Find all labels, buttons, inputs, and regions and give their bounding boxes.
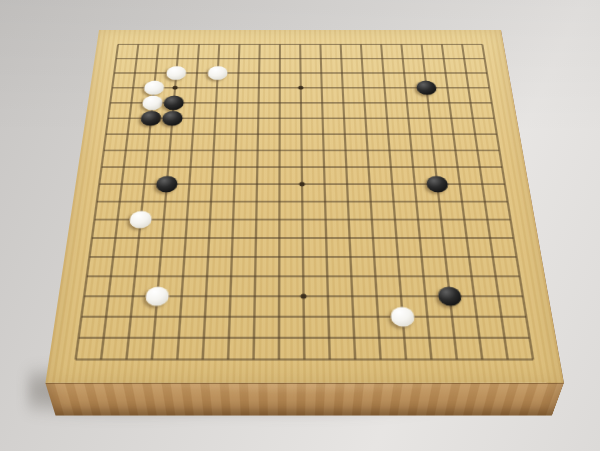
intersection[interactable] (468, 159, 493, 176)
intersection[interactable] (90, 327, 118, 348)
intersection[interactable] (89, 159, 114, 176)
intersection[interactable] (317, 349, 343, 371)
intersection[interactable] (243, 247, 267, 266)
intersection[interactable] (459, 95, 482, 110)
intersection[interactable] (84, 193, 109, 211)
intersection[interactable] (247, 126, 269, 142)
intersection[interactable] (393, 349, 420, 371)
intersection[interactable] (221, 211, 245, 229)
intersection[interactable] (95, 286, 122, 306)
intersection[interactable] (192, 306, 218, 327)
intersection[interactable] (515, 327, 543, 348)
intersection[interactable] (414, 306, 441, 327)
intersection[interactable] (153, 193, 177, 211)
intersection[interactable] (130, 193, 155, 211)
intersection[interactable] (199, 193, 223, 211)
intersection[interactable] (176, 193, 200, 211)
intersection[interactable] (470, 176, 495, 193)
intersection[interactable] (270, 51, 291, 65)
intersection[interactable] (356, 142, 379, 158)
intersection[interactable] (383, 211, 408, 229)
intersection[interactable] (336, 193, 360, 211)
intersection[interactable] (162, 95, 185, 110)
intersection[interactable] (291, 327, 316, 348)
intersection[interactable] (407, 229, 432, 248)
intersection[interactable] (291, 193, 314, 211)
intersection[interactable] (79, 229, 105, 248)
intersection[interactable] (245, 193, 268, 211)
intersection[interactable] (242, 306, 267, 327)
intersection[interactable] (228, 51, 249, 65)
intersection[interactable] (310, 38, 331, 52)
intersection[interactable] (228, 66, 249, 81)
intersection[interactable] (373, 66, 395, 81)
black-stone[interactable] (163, 96, 184, 111)
intersection[interactable] (363, 267, 388, 287)
intersection[interactable] (338, 247, 363, 266)
intersection[interactable] (269, 66, 290, 81)
intersection[interactable] (187, 51, 208, 65)
intersection[interactable] (291, 247, 315, 266)
intersection[interactable] (87, 349, 115, 371)
black-stone[interactable] (437, 287, 462, 306)
intersection[interactable] (151, 211, 176, 229)
intersection[interactable] (94, 126, 118, 142)
intersection[interactable] (198, 211, 222, 229)
intersection[interactable] (475, 66, 498, 81)
intersection[interactable] (340, 306, 366, 327)
intersection[interactable] (375, 95, 397, 110)
intersection[interactable] (353, 80, 375, 95)
intersection[interactable] (124, 66, 146, 81)
intersection[interactable] (290, 66, 311, 81)
intersection[interactable] (427, 193, 452, 211)
intersection[interactable] (186, 66, 208, 81)
intersection[interactable] (485, 286, 512, 306)
intersection[interactable] (357, 159, 380, 176)
intersection[interactable] (461, 111, 485, 127)
intersection[interactable] (105, 51, 127, 65)
intersection[interactable] (206, 80, 228, 95)
intersection[interactable] (312, 111, 334, 127)
intersection[interactable] (433, 247, 459, 266)
intersection[interactable] (339, 267, 364, 287)
intersection[interactable] (332, 80, 354, 95)
intersection[interactable] (313, 176, 336, 193)
intersection[interactable] (177, 176, 201, 193)
intersection[interactable] (450, 193, 475, 211)
intersection[interactable] (468, 349, 496, 371)
intersection[interactable] (472, 193, 497, 211)
intersection[interactable] (485, 126, 509, 142)
intersection[interactable] (291, 229, 315, 248)
intersection[interactable] (107, 193, 132, 211)
intersection[interactable] (418, 349, 446, 371)
intersection[interactable] (268, 211, 291, 229)
intersection[interactable] (193, 286, 218, 306)
intersection[interactable] (434, 267, 460, 287)
intersection[interactable] (365, 306, 391, 327)
intersection[interactable] (380, 176, 404, 193)
intersection[interactable] (249, 38, 270, 52)
intersection[interactable] (98, 95, 121, 110)
intersection[interactable] (92, 306, 119, 327)
intersection[interactable] (268, 229, 292, 248)
intersection[interactable] (144, 66, 166, 81)
intersection[interactable] (245, 176, 268, 193)
intersection[interactable] (101, 80, 124, 95)
intersection[interactable] (478, 80, 501, 95)
intersection[interactable] (125, 51, 147, 65)
intersection[interactable] (249, 51, 270, 65)
intersection[interactable] (440, 111, 463, 127)
intersection[interactable] (200, 176, 223, 193)
intersection[interactable] (209, 38, 230, 52)
intersection[interactable] (398, 126, 421, 142)
intersection[interactable] (76, 247, 102, 266)
intersection[interactable] (146, 267, 172, 287)
intersection[interactable] (148, 38, 170, 52)
intersection[interactable] (342, 349, 368, 371)
intersection[interactable] (114, 142, 138, 158)
intersection[interactable] (442, 126, 466, 142)
intersection[interactable] (465, 142, 489, 158)
intersection[interactable] (431, 229, 457, 248)
intersection[interactable] (120, 95, 143, 110)
intersection[interactable] (488, 306, 516, 327)
intersection[interactable] (191, 327, 217, 348)
intersection[interactable] (179, 159, 202, 176)
intersection[interactable] (217, 306, 242, 327)
intersection[interactable] (226, 95, 248, 110)
intersection[interactable] (473, 51, 496, 65)
intersection[interactable] (447, 176, 472, 193)
white-stone[interactable] (129, 211, 153, 228)
intersection[interactable] (219, 267, 244, 287)
intersection[interactable] (172, 247, 197, 266)
intersection[interactable] (127, 38, 149, 52)
intersection[interactable] (376, 111, 399, 127)
intersection[interactable] (412, 51, 434, 65)
intersection[interactable] (338, 229, 362, 248)
intersection[interactable] (185, 80, 207, 95)
intersection[interactable] (354, 111, 376, 127)
intersection[interactable] (466, 327, 494, 348)
intersection[interactable] (201, 159, 224, 176)
intersection[interactable] (406, 211, 431, 229)
intersection[interactable] (354, 95, 376, 110)
intersection[interactable] (439, 306, 466, 327)
intersection[interactable] (457, 80, 480, 95)
intersection[interactable] (475, 211, 501, 229)
intersection[interactable] (181, 126, 204, 142)
intersection[interactable] (477, 229, 503, 248)
intersection[interactable] (115, 327, 142, 348)
intersection[interactable] (136, 142, 160, 158)
intersection[interactable] (168, 38, 189, 52)
intersection[interactable] (372, 51, 394, 65)
intersection[interactable] (292, 349, 318, 371)
intersection[interactable] (224, 142, 247, 158)
intersection[interactable] (183, 111, 206, 127)
intersection[interactable] (362, 247, 387, 266)
intersection[interactable] (189, 349, 216, 371)
intersection[interactable] (243, 267, 267, 287)
intersection[interactable] (291, 176, 314, 193)
intersection[interactable] (418, 111, 441, 127)
intersection[interactable] (310, 51, 331, 65)
intersection[interactable] (333, 111, 355, 127)
intersection[interactable] (82, 211, 108, 229)
intersection[interactable] (141, 95, 164, 110)
intersection[interactable] (291, 159, 313, 176)
intersection[interactable] (291, 286, 316, 306)
intersection[interactable] (167, 306, 193, 327)
intersection[interactable] (314, 211, 338, 229)
intersection[interactable] (417, 95, 440, 110)
intersection[interactable] (341, 327, 367, 348)
intersection[interactable] (246, 142, 268, 158)
intersection[interactable] (227, 80, 248, 95)
intersection[interactable] (336, 176, 359, 193)
intersection[interactable] (122, 267, 148, 287)
intersection[interactable] (445, 159, 469, 176)
intersection[interactable] (71, 286, 98, 306)
intersection[interactable] (509, 286, 537, 306)
intersection[interactable] (433, 51, 455, 65)
intersection[interactable] (267, 247, 291, 266)
intersection[interactable] (215, 349, 241, 371)
intersection[interactable] (170, 267, 195, 287)
intersection[interactable] (246, 159, 269, 176)
intersection[interactable] (456, 247, 482, 266)
intersection[interactable] (480, 247, 506, 266)
intersection[interactable] (482, 111, 506, 127)
intersection[interactable] (364, 286, 390, 306)
intersection[interactable] (164, 80, 186, 95)
intersection[interactable] (367, 349, 394, 371)
intersection[interactable] (400, 142, 424, 158)
intersection[interactable] (139, 111, 162, 127)
intersection[interactable] (315, 267, 340, 287)
black-stone[interactable] (155, 176, 178, 192)
intersection[interactable] (242, 286, 267, 306)
intersection[interactable] (495, 193, 521, 211)
intersection[interactable] (100, 247, 126, 266)
intersection[interactable] (359, 193, 383, 211)
intersection[interactable] (164, 349, 191, 371)
intersection[interactable] (208, 51, 229, 65)
intersection[interactable] (220, 247, 244, 266)
intersection[interactable] (269, 80, 290, 95)
intersection[interactable] (500, 229, 526, 248)
intersection[interactable] (266, 349, 292, 371)
intersection[interactable] (249, 66, 270, 81)
intersection[interactable] (471, 38, 493, 52)
intersection[interactable] (441, 327, 468, 348)
intersection[interactable] (391, 38, 413, 52)
intersection[interactable] (291, 306, 316, 327)
black-stone[interactable] (416, 81, 437, 95)
intersection[interactable] (337, 211, 361, 229)
intersection[interactable] (358, 176, 382, 193)
intersection[interactable] (146, 51, 168, 65)
intersection[interactable] (519, 349, 548, 371)
intersection[interactable] (216, 327, 242, 348)
intersection[interactable] (412, 286, 438, 306)
intersection[interactable] (382, 193, 406, 211)
intersection[interactable] (165, 66, 187, 81)
intersection[interactable] (87, 176, 112, 193)
intersection[interactable] (68, 306, 96, 327)
intersection[interactable] (490, 159, 515, 176)
intersection[interactable] (107, 38, 129, 52)
intersection[interactable] (332, 95, 354, 110)
intersection[interactable] (138, 349, 165, 371)
intersection[interactable] (202, 142, 225, 158)
intersection[interactable] (330, 38, 351, 52)
intersection[interactable] (165, 327, 192, 348)
intersection[interactable] (361, 229, 386, 248)
intersection[interactable] (290, 126, 312, 142)
intersection[interactable] (64, 327, 92, 348)
intersection[interactable] (512, 306, 540, 327)
intersection[interactable] (492, 176, 517, 193)
intersection[interactable] (331, 66, 352, 81)
intersection[interactable] (437, 286, 464, 306)
intersection[interactable] (224, 159, 247, 176)
intersection[interactable] (431, 38, 453, 52)
intersection[interactable] (169, 286, 195, 306)
black-stone[interactable] (162, 111, 184, 126)
intersection[interactable] (155, 176, 179, 193)
intersection[interactable] (173, 229, 198, 248)
intersection[interactable] (388, 286, 414, 306)
intersection[interactable] (290, 51, 311, 65)
intersection[interactable] (268, 193, 291, 211)
intersection[interactable] (404, 193, 429, 211)
intersection[interactable] (425, 176, 449, 193)
white-stone[interactable] (145, 287, 170, 306)
intersection[interactable] (269, 142, 291, 158)
intersection[interactable] (175, 211, 199, 229)
intersection[interactable] (313, 193, 336, 211)
intersection[interactable] (506, 267, 533, 287)
intersection[interactable] (371, 38, 392, 52)
intersection[interactable] (180, 142, 203, 158)
board-grid[interactable] (61, 38, 547, 371)
intersection[interactable] (122, 80, 145, 95)
intersection[interactable] (267, 286, 292, 306)
intersection[interactable] (411, 38, 433, 52)
intersection[interactable] (334, 142, 357, 158)
intersection[interactable] (314, 229, 338, 248)
intersection[interactable] (138, 126, 161, 142)
intersection[interactable] (390, 306, 416, 327)
intersection[interactable] (443, 349, 471, 371)
intersection[interactable] (158, 142, 181, 158)
intersection[interactable] (423, 159, 447, 176)
intersection[interactable] (241, 327, 266, 348)
intersection[interactable] (311, 95, 333, 110)
intersection[interactable] (290, 95, 311, 110)
intersection[interactable] (393, 66, 415, 81)
intersection[interactable] (291, 211, 314, 229)
white-stone[interactable] (166, 66, 187, 80)
intersection[interactable] (223, 176, 246, 193)
intersection[interactable] (226, 111, 248, 127)
intersection[interactable] (352, 66, 374, 81)
intersection[interactable] (144, 286, 170, 306)
intersection[interactable] (397, 111, 420, 127)
intersection[interactable] (434, 66, 457, 81)
intersection[interactable] (159, 126, 182, 142)
intersection[interactable] (196, 247, 221, 266)
intersection[interactable] (414, 66, 436, 81)
intersection[interactable] (394, 80, 416, 95)
intersection[interactable] (487, 142, 512, 158)
intersection[interactable] (134, 159, 158, 176)
intersection[interactable] (269, 111, 291, 127)
intersection[interactable] (422, 142, 446, 158)
intersection[interactable] (207, 66, 228, 81)
intersection[interactable] (416, 327, 443, 348)
intersection[interactable] (120, 286, 146, 306)
intersection[interactable] (184, 95, 206, 110)
intersection[interactable] (316, 306, 341, 327)
intersection[interactable] (92, 142, 116, 158)
intersection[interactable] (340, 286, 365, 306)
intersection[interactable] (73, 267, 100, 287)
intersection[interactable] (463, 306, 490, 327)
intersection[interactable] (222, 193, 245, 211)
intersection[interactable] (429, 211, 454, 229)
intersection[interactable] (132, 176, 156, 193)
intersection[interactable] (248, 95, 269, 110)
intersection[interactable] (493, 349, 522, 371)
intersection[interactable] (117, 306, 144, 327)
intersection[interactable] (480, 95, 504, 110)
intersection[interactable] (156, 159, 180, 176)
intersection[interactable] (194, 267, 219, 287)
white-stone[interactable] (143, 81, 164, 95)
intersection[interactable] (290, 38, 310, 52)
white-stone[interactable] (142, 96, 164, 111)
intersection[interactable] (498, 211, 524, 229)
intersection[interactable] (142, 306, 168, 327)
intersection[interactable] (150, 229, 175, 248)
intersection[interactable] (203, 126, 226, 142)
intersection[interactable] (167, 51, 189, 65)
intersection[interactable] (482, 267, 509, 287)
intersection[interactable] (109, 176, 134, 193)
intersection[interactable] (503, 247, 530, 266)
black-stone[interactable] (426, 176, 449, 192)
white-stone[interactable] (207, 66, 227, 80)
intersection[interactable] (98, 267, 124, 287)
intersection[interactable] (112, 159, 136, 176)
intersection[interactable] (267, 267, 291, 287)
intersection[interactable] (411, 267, 437, 287)
intersection[interactable] (315, 247, 339, 266)
intersection[interactable] (351, 51, 372, 65)
intersection[interactable] (290, 80, 311, 95)
intersection[interactable] (61, 349, 89, 371)
intersection[interactable] (244, 211, 267, 229)
intersection[interactable] (451, 38, 473, 52)
intersection[interactable] (315, 286, 340, 306)
intersection[interactable] (312, 142, 334, 158)
